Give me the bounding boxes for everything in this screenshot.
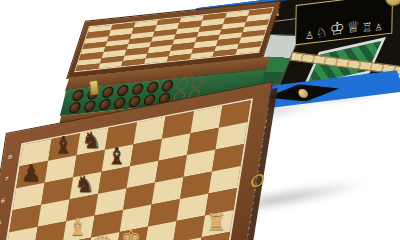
rank-label: 7 xyxy=(4,177,9,183)
stored-piece-icon xyxy=(98,98,112,111)
case-square xyxy=(98,61,123,69)
stored-piece-icon xyxy=(68,101,82,114)
box-piece-silhouette-icon: ♕ xyxy=(346,19,360,36)
case-square xyxy=(236,46,261,54)
stored-piece-icon xyxy=(83,100,97,113)
black-knight[interactable]: ♞ xyxy=(74,173,95,196)
product-photo-scene: SCHACH ♙♘♔♕♖♙ ♝♞♟♝♞♝♟♛♚♜♞♜♞ ABCDEFGH 876… xyxy=(0,0,400,240)
rank-label: 6 xyxy=(0,198,5,204)
black-pawn[interactable]: ♟ xyxy=(20,162,41,185)
stored-piece-icon xyxy=(128,95,142,108)
box-piece-silhouette-icon: ♘ xyxy=(316,25,328,40)
rank-label: 5 xyxy=(0,220,2,226)
white-queen[interactable]: ♛ xyxy=(92,233,113,240)
box-piece-silhouette-icon: ♖ xyxy=(362,21,373,34)
square-c4[interactable]: ♝ xyxy=(63,216,95,240)
square-d3[interactable]: ♛ xyxy=(88,232,120,240)
case-square xyxy=(213,49,238,57)
white-king[interactable]: ♚ xyxy=(120,227,141,240)
rank-label: 8 xyxy=(7,155,12,161)
black-bishop[interactable]: ♝ xyxy=(52,134,73,157)
board-grid: ♝♞♟♝♞♝♟♛♚♜♞♜♞ xyxy=(0,98,253,240)
white-rook[interactable]: ♜ xyxy=(206,211,227,234)
case-square xyxy=(144,56,169,64)
white-bishop[interactable]: ♝ xyxy=(67,217,88,240)
stored-piece-icon xyxy=(113,96,127,109)
black-bishop[interactable]: ♝ xyxy=(106,145,127,168)
case-square xyxy=(121,58,146,66)
case-square xyxy=(167,54,192,62)
brass-clasp-icon xyxy=(89,80,100,96)
box-piece-silhouette-icon: ♙ xyxy=(374,23,382,33)
box-piece-silhouette-icon: ♙ xyxy=(305,30,314,41)
case-square xyxy=(190,51,215,59)
brass-latch-right-icon xyxy=(250,173,265,188)
black-knight[interactable]: ♞ xyxy=(81,129,102,152)
box-piece-silhouette-icon: ♔ xyxy=(329,19,344,38)
case-square xyxy=(75,63,100,71)
square-e3[interactable]: ♚ xyxy=(116,226,148,240)
brand-emblem-icon xyxy=(296,88,308,98)
